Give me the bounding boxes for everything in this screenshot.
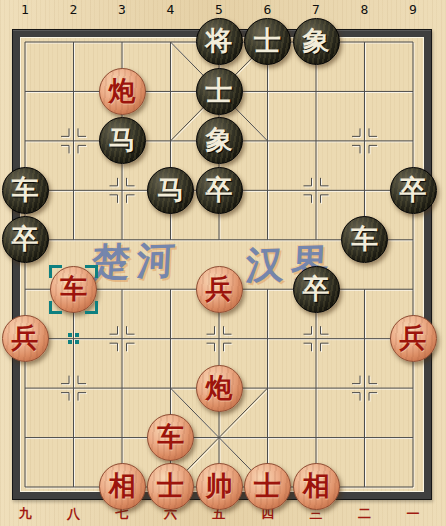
piece-glyph: 卒 — [400, 177, 427, 204]
piece-glyph: 马 — [109, 127, 136, 154]
last-move-origin-marker — [68, 333, 79, 344]
piece-glyph: 象 — [303, 28, 330, 55]
piece-glyph: 士 — [254, 28, 281, 55]
piece-glyph: 兵 — [206, 276, 233, 303]
piece-red-soldier[interactable]: 兵 — [2, 315, 49, 362]
piece-glyph: 兵 — [400, 325, 427, 352]
piece-glyph: 士 — [206, 78, 233, 105]
piece-glyph: 士 — [157, 473, 184, 500]
piece-red-chariot[interactable]: 车 — [147, 414, 194, 461]
piece-black-horse[interactable]: 马 — [99, 117, 146, 164]
piece-black-chariot[interactable]: 车 — [341, 216, 388, 263]
piece-glyph: 车 — [351, 226, 378, 253]
piece-glyph: 将 — [206, 28, 233, 55]
piece-glyph: 炮 — [109, 78, 136, 105]
piece-black-elephant[interactable]: 象 — [293, 18, 340, 65]
piece-red-cannon[interactable]: 炮 — [196, 365, 243, 412]
piece-black-soldier[interactable]: 卒 — [390, 167, 437, 214]
piece-glyph: 炮 — [206, 375, 233, 402]
piece-glyph: 马 — [157, 177, 184, 204]
piece-red-general[interactable]: 帅 — [196, 463, 243, 510]
piece-glyph: 兵 — [12, 325, 39, 352]
piece-glyph: 相 — [303, 473, 330, 500]
piece-red-elephant[interactable]: 相 — [293, 463, 340, 510]
piece-glyph: 车 — [157, 424, 184, 451]
piece-red-soldier[interactable]: 兵 — [196, 266, 243, 313]
piece-glyph: 相 — [109, 473, 136, 500]
piece-black-soldier[interactable]: 卒 — [196, 167, 243, 214]
piece-black-chariot[interactable]: 车 — [2, 167, 49, 214]
piece-black-horse[interactable]: 马 — [147, 167, 194, 214]
piece-glyph: 象 — [206, 127, 233, 154]
piece-red-elephant[interactable]: 相 — [99, 463, 146, 510]
piece-red-advisor[interactable]: 士 — [244, 463, 291, 510]
piece-black-soldier[interactable]: 卒 — [2, 216, 49, 263]
selection-bracket — [49, 265, 98, 314]
xiangqi-board: 123456789 楚河 汉界 将士象士马象车马卒卒卒车卒炮车兵兵兵炮车相士帅士… — [0, 0, 446, 526]
piece-red-soldier[interactable]: 兵 — [390, 315, 437, 362]
piece-glyph: 卒 — [12, 226, 39, 253]
piece-glyph: 帅 — [206, 473, 233, 500]
piece-glyph: 士 — [254, 473, 281, 500]
piece-black-advisor[interactable]: 士 — [244, 18, 291, 65]
board-intersections-grid[interactable]: 将士象士马象车马卒卒卒车卒炮车兵兵兵炮车相士帅士相 — [1, 17, 438, 511]
piece-red-cannon[interactable]: 炮 — [99, 68, 146, 115]
piece-black-elephant[interactable]: 象 — [196, 117, 243, 164]
piece-glyph: 车 — [12, 177, 39, 204]
piece-glyph: 卒 — [206, 177, 233, 204]
piece-black-advisor[interactable]: 士 — [196, 68, 243, 115]
piece-glyph: 卒 — [303, 276, 330, 303]
piece-red-advisor[interactable]: 士 — [147, 463, 194, 510]
piece-black-general[interactable]: 将 — [196, 18, 243, 65]
piece-black-soldier[interactable]: 卒 — [293, 266, 340, 313]
